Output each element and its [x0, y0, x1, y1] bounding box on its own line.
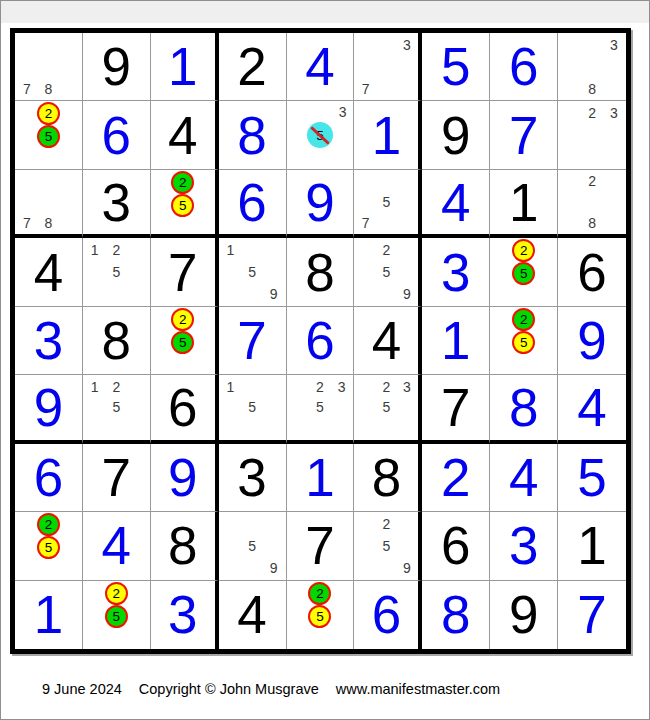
cell-r7c2[interactable]: 7 [83, 444, 151, 512]
cell-r1c3[interactable]: 1 [151, 33, 219, 101]
cell-r6c6[interactable]: 235 [354, 375, 422, 443]
cell-r5c1[interactable]: 3 [15, 307, 83, 375]
pencil-mark: 2 [376, 239, 397, 261]
cell-r5c6[interactable]: 4 [354, 307, 422, 375]
candidates: 259 [355, 239, 417, 304]
candidates: 25 [152, 308, 214, 373]
pencil-mark: 8 [38, 78, 60, 100]
top-band [1, 1, 649, 23]
solved-digit: 5 [558, 444, 626, 511]
cell-r6c3[interactable]: 6 [151, 375, 219, 443]
candidate-digit: 2 [113, 586, 121, 601]
cell-r4c7[interactable]: 3 [422, 238, 490, 306]
solved-digit: 1 [15, 581, 82, 649]
candidate-digit: 5 [520, 266, 528, 281]
candidates: 15 [220, 376, 285, 438]
solved-digit: 4 [490, 444, 557, 511]
given-digit: 1 [558, 512, 626, 579]
cell-r4c6[interactable]: 259 [354, 238, 422, 306]
candidates: 25 [84, 582, 149, 648]
colored-candidate-circle: 2 [105, 582, 128, 605]
candidate-digit: 2 [520, 243, 528, 258]
footer-url: www.manifestmaster.com [336, 681, 500, 697]
footer: 9 June 2024 Copyright © John Musgrave ww… [42, 681, 500, 697]
colored-candidate-circle: 5 [105, 605, 128, 628]
cell-r6c4[interactable]: 15 [219, 375, 287, 443]
cell-r3c1[interactable]: 78 [15, 170, 83, 238]
cell-r9c7[interactable]: 8 [422, 581, 490, 649]
solved-digit: 6 [83, 101, 150, 168]
candidates: 25 [16, 513, 81, 578]
pencil-mark: 3 [331, 376, 353, 397]
pencil-mark: 5 [376, 397, 397, 418]
cell-r5c2[interactable]: 8 [83, 307, 151, 375]
candidates: 78 [16, 171, 81, 233]
pencil-mark: 3 [603, 34, 625, 56]
cell-r4c9[interactable]: 6 [558, 238, 626, 306]
pencil-mark: 5 [309, 397, 331, 418]
given-digit: 9 [490, 581, 557, 649]
given-digit: 6 [151, 375, 215, 439]
candidates: 23 [559, 102, 625, 167]
solved-digit: 6 [287, 307, 354, 374]
cell-r5c4[interactable]: 7 [219, 307, 287, 375]
candidates: 25 [152, 171, 214, 233]
pencil-mark: 9 [263, 557, 285, 579]
candidates: 28 [559, 171, 625, 233]
sudoku-board: 7891243756382564835197237832569574128412… [10, 28, 631, 654]
cell-r3c2[interactable]: 3 [83, 170, 151, 238]
candidate-digit: 5 [179, 198, 187, 213]
cell-r8c5[interactable]: 7 [287, 512, 355, 580]
pencil-mark: 2 [106, 376, 128, 397]
candidate-digit: 2 [179, 175, 187, 190]
cell-r1c8[interactable]: 6 [490, 33, 558, 101]
colored-candidate-circle: 5 [171, 331, 194, 354]
pencil-mark: 5 [106, 397, 128, 418]
pencil-mark: 7 [16, 78, 38, 100]
candidate-digit: 5 [520, 335, 528, 350]
pencil-mark: 8 [581, 78, 603, 100]
cell-r8c7[interactable]: 6 [422, 512, 490, 580]
colored-candidate-circle: 5 [512, 262, 535, 285]
cell-r4c4[interactable]: 159 [219, 238, 287, 306]
cell-r1c6[interactable]: 37 [354, 33, 422, 101]
candidate-digit: 2 [179, 312, 187, 327]
colored-candidate-circle: 5 [308, 605, 331, 628]
colored-candidate-circle: 5 [37, 125, 60, 148]
candidates: 38 [559, 34, 625, 99]
cell-r1c2[interactable]: 9 [83, 33, 151, 101]
footer-copyright: Copyright © John Musgrave [139, 681, 319, 697]
given-digit: 4 [151, 101, 215, 168]
given-digit: 3 [83, 170, 150, 234]
solved-digit: 7 [219, 307, 286, 374]
solved-digit: 6 [354, 581, 418, 649]
candidate-digit: 5 [45, 540, 53, 555]
pencil-mark: 7 [355, 213, 376, 234]
cell-r1c1[interactable]: 78 [15, 33, 83, 101]
pencil-mark: 1 [220, 376, 242, 397]
cell-r9c2[interactable]: 25 [83, 581, 151, 649]
cell-r2c1[interactable]: 25 [15, 101, 83, 169]
pencil-mark: 1 [220, 239, 242, 261]
cell-r4c8[interactable]: 25 [490, 238, 558, 306]
cell-r8c8[interactable]: 3 [490, 512, 558, 580]
solved-digit: 9 [151, 444, 215, 511]
pencil-mark: 1 [84, 239, 106, 261]
solved-digit: 3 [422, 238, 489, 305]
cell-r4c5[interactable]: 8 [287, 238, 355, 306]
given-digit: 7 [83, 444, 150, 511]
pencil-mark: 2 [376, 376, 397, 397]
pencil-mark: 1 [84, 376, 106, 397]
given-digit: 4 [354, 307, 418, 374]
given-digit: 4 [219, 581, 286, 649]
candidates: 235 [355, 376, 417, 438]
cell-r5c3[interactable]: 25 [151, 307, 219, 375]
colored-candidate-circle: 2 [171, 308, 194, 331]
cell-r7c6[interactable]: 8 [354, 444, 422, 512]
pencil-mark: 9 [397, 557, 418, 579]
cell-r2c5[interactable]: 35 [287, 101, 355, 169]
colored-candidate-circle: 2 [171, 171, 194, 194]
pencil-mark: 2 [581, 171, 603, 192]
footer-date: 9 June 2024 [42, 681, 122, 697]
candidates: 25 [288, 582, 353, 648]
solved-digit: 1 [354, 101, 418, 168]
solved-digit: 5 [422, 33, 489, 100]
candidate-digit: 2 [520, 312, 528, 327]
solved-digit: 4 [558, 375, 626, 439]
candidate-digit: 5 [45, 129, 53, 144]
cell-r3c4[interactable]: 6 [219, 170, 287, 238]
candidate-digit: 2 [45, 106, 53, 121]
pencil-mark: 5 [376, 192, 397, 213]
candidates: 37 [355, 34, 417, 99]
given-digit: 7 [287, 512, 354, 579]
cell-r4c2[interactable]: 125 [83, 238, 151, 306]
candidates: 125 [84, 239, 149, 304]
cell-r1c4[interactable]: 2 [219, 33, 287, 101]
colored-candidate-circle: 2 [37, 513, 60, 536]
pencil-mark: 7 [355, 78, 376, 100]
candidate-digit: 5 [316, 609, 324, 624]
given-digit: 7 [422, 375, 489, 439]
given-digit: 6 [422, 512, 489, 579]
cell-r7c7[interactable]: 2 [422, 444, 490, 512]
solved-digit: 9 [558, 307, 626, 374]
candidates: 57 [355, 171, 417, 233]
cell-r8c9[interactable]: 1 [558, 512, 626, 580]
colored-candidate-circle: 2 [512, 308, 535, 331]
pencil-mark: 5 [241, 535, 263, 557]
cell-r3c8[interactable]: 1 [490, 170, 558, 238]
cell-r2c9[interactable]: 23 [558, 101, 626, 169]
given-digit: 9 [83, 33, 150, 100]
pencil-mark: 9 [397, 283, 418, 305]
solved-digit: 6 [490, 33, 557, 100]
cell-r2c3[interactable]: 4 [151, 101, 219, 169]
cell-r4c3[interactable]: 7 [151, 238, 219, 306]
solved-digit: 6 [15, 444, 82, 511]
cell-r3c5[interactable]: 9 [287, 170, 355, 238]
colored-candidate-circle: 5 [512, 331, 535, 354]
given-digit: 2 [219, 33, 286, 100]
cell-r6c8[interactable]: 8 [490, 375, 558, 443]
cell-r6c7[interactable]: 7 [422, 375, 490, 443]
given-digit: 8 [151, 512, 215, 579]
cell-r7c4[interactable]: 3 [219, 444, 287, 512]
solved-digit: 1 [287, 444, 354, 511]
cell-r8c4[interactable]: 59 [219, 512, 287, 580]
cell-r9c9[interactable]: 7 [558, 581, 626, 649]
pencil-mark: 3 [397, 376, 418, 397]
colored-candidate-circle: 5 [37, 536, 60, 559]
pencil-mark: 8 [581, 213, 603, 234]
cell-r1c7[interactable]: 5 [422, 33, 490, 101]
solved-digit: 9 [15, 375, 82, 439]
cell-r3c9[interactable]: 28 [558, 170, 626, 238]
candidate-digit: 5 [179, 335, 187, 350]
colored-candidate-circle: 2 [308, 582, 331, 605]
given-digit: 7 [151, 238, 215, 305]
cell-r9c3[interactable]: 3 [151, 581, 219, 649]
solved-digit: 7 [558, 581, 626, 649]
given-digit: 1 [490, 170, 557, 234]
pencil-mark: 2 [309, 376, 331, 397]
cell-r8c3[interactable]: 8 [151, 512, 219, 580]
candidate-digit: 2 [45, 517, 53, 532]
given-digit: 8 [354, 444, 418, 511]
cell-r7c1[interactable]: 6 [15, 444, 83, 512]
cell-r6c2[interactable]: 125 [83, 375, 151, 443]
candidates: 125 [84, 376, 149, 438]
pencil-mark: 5 [376, 261, 397, 283]
solved-digit: 1 [422, 307, 489, 374]
candidates: 25 [16, 102, 81, 167]
candidates: 259 [355, 513, 417, 578]
cell-r2c8[interactable]: 7 [490, 101, 558, 169]
candidate-digit: 5 [113, 609, 121, 624]
pencil-mark: 2 [581, 102, 603, 124]
colored-candidate-circle: 2 [37, 102, 60, 125]
cell-r1c9[interactable]: 38 [558, 33, 626, 101]
cell-r5c5[interactable]: 6 [287, 307, 355, 375]
candidates: 159 [220, 239, 285, 304]
solved-digit: 4 [287, 33, 354, 100]
pencil-mark: 2 [376, 513, 397, 535]
candidates: 25 [491, 308, 556, 373]
candidates: 235 [288, 376, 353, 438]
pencil-mark: 3 [333, 102, 352, 122]
solved-digit: 8 [422, 581, 489, 649]
cell-r9c5[interactable]: 25 [287, 581, 355, 649]
cell-r7c5[interactable]: 1 [287, 444, 355, 512]
solved-digit: 3 [151, 581, 215, 649]
pencil-mark: 5 [241, 261, 263, 283]
pencil-mark: 5 [241, 397, 263, 418]
given-digit: 8 [83, 307, 150, 374]
cell-r3c3[interactable]: 25 [151, 170, 219, 238]
cell-r6c1[interactable]: 9 [15, 375, 83, 443]
cell-r7c9[interactable]: 5 [558, 444, 626, 512]
solved-digit: 9 [287, 170, 354, 234]
solved-digit: 8 [490, 375, 557, 439]
cell-r6c5[interactable]: 235 [287, 375, 355, 443]
given-digit: 4 [15, 238, 82, 305]
pencil-mark: 7 [16, 213, 38, 234]
cell-r3c6[interactable]: 57 [354, 170, 422, 238]
solved-digit: 8 [219, 101, 286, 168]
cell-r5c7[interactable]: 1 [422, 307, 490, 375]
pencil-mark: 9 [263, 283, 285, 305]
given-digit: 9 [422, 101, 489, 168]
cell-r7c8[interactable]: 4 [490, 444, 558, 512]
candidate-digit: 2 [316, 586, 324, 601]
candidates: 25 [491, 239, 556, 304]
colored-candidate-circle: 2 [512, 239, 535, 262]
cell-r2c2[interactable]: 6 [83, 101, 151, 169]
solved-digit: 6 [219, 170, 286, 234]
cell-r8c1[interactable]: 25 [15, 512, 83, 580]
given-digit: 3 [219, 444, 286, 511]
cell-r7c3[interactable]: 9 [151, 444, 219, 512]
candidates: 35 [288, 102, 353, 167]
solved-digit: 3 [15, 307, 82, 374]
eliminated-candidate-circle: 5 [307, 122, 333, 148]
candidates: 59 [220, 513, 285, 578]
cell-r2c4[interactable]: 8 [219, 101, 287, 169]
cell-r8c2[interactable]: 4 [83, 512, 151, 580]
cell-r9c8[interactable]: 9 [490, 581, 558, 649]
cell-r8c6[interactable]: 259 [354, 512, 422, 580]
solved-digit: 3 [490, 512, 557, 579]
given-digit: 8 [287, 238, 354, 305]
given-digit: 6 [558, 238, 626, 305]
pencil-mark: 5 [106, 261, 128, 283]
cell-r5c9[interactable]: 9 [558, 307, 626, 375]
cell-r2c7[interactable]: 9 [422, 101, 490, 169]
colored-candidate-circle: 5 [171, 194, 194, 217]
cell-r9c4[interactable]: 4 [219, 581, 287, 649]
cell-r4c1[interactable]: 4 [15, 238, 83, 306]
cell-r6c9[interactable]: 4 [558, 375, 626, 443]
cell-r2c6[interactable]: 1 [354, 101, 422, 169]
cell-r9c1[interactable]: 1 [15, 581, 83, 649]
candidates: 78 [16, 34, 81, 99]
solved-digit: 4 [422, 170, 489, 234]
solved-digit: 1 [151, 33, 215, 100]
pencil-mark: 5 [376, 535, 397, 557]
pencil-mark: 3 [397, 34, 418, 56]
cell-r1c5[interactable]: 4 [287, 33, 355, 101]
pencil-mark: 8 [38, 213, 60, 234]
cell-r3c7[interactable]: 4 [422, 170, 490, 238]
cell-r5c8[interactable]: 25 [490, 307, 558, 375]
solved-digit: 4 [83, 512, 150, 579]
solved-digit: 7 [490, 101, 557, 168]
solved-digit: 2 [422, 444, 489, 511]
cell-r9c6[interactable]: 6 [354, 581, 422, 649]
pencil-mark: 2 [106, 239, 128, 261]
pencil-mark: 3 [603, 102, 625, 124]
